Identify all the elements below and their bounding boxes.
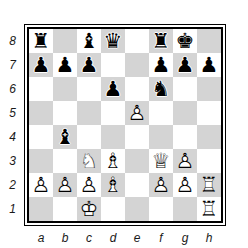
piece-outline: ♗: [101, 149, 125, 173]
square-a2[interactable]: ♟♙: [29, 173, 53, 197]
piece-white-pawn: ♟♙: [173, 173, 197, 197]
square-h8[interactable]: [197, 29, 221, 53]
piece-outline: ♗: [101, 173, 125, 197]
square-a1[interactable]: [29, 197, 53, 221]
piece-outline: ♖: [197, 173, 221, 197]
square-b2[interactable]: ♟♙: [53, 173, 77, 197]
piece-outline: ♙: [173, 173, 197, 197]
file-labels: abcdefgh: [29, 230, 221, 246]
square-f5[interactable]: [149, 101, 173, 125]
piece-black-king: ♚: [173, 29, 197, 53]
square-f3[interactable]: ♛♕: [149, 149, 173, 173]
piece-outline: ♔: [77, 197, 101, 221]
piece-black-bishop: ♝: [53, 125, 77, 149]
rank-label-4: 4: [2, 125, 18, 149]
piece-outline: ♙: [173, 149, 197, 173]
piece-black-rook: ♜: [149, 29, 173, 53]
square-g3[interactable]: ♟♙: [173, 149, 197, 173]
file-label-d: d: [101, 230, 125, 246]
piece-black-pawn: ♟: [29, 53, 53, 77]
chess-diagram: 87654321 ♜♝♛♜♚♟♟♟♟♟♟♟♞♟♙♝♞♘♝♗♛♕♟♙♟♙♟♙♟♙♝…: [0, 0, 248, 248]
square-g7[interactable]: ♟: [173, 53, 197, 77]
square-a6[interactable]: [29, 77, 53, 101]
square-c2[interactable]: ♟♙: [77, 173, 101, 197]
square-d2[interactable]: ♝♗: [101, 173, 125, 197]
rank-label-5: 5: [2, 101, 18, 125]
square-c5[interactable]: [77, 101, 101, 125]
piece-black-rook: ♜: [29, 29, 53, 53]
square-a5[interactable]: [29, 101, 53, 125]
piece-outline: ♘: [77, 149, 101, 173]
square-d5[interactable]: [101, 101, 125, 125]
piece-white-rook: ♜♖: [197, 173, 221, 197]
square-d4[interactable]: [101, 125, 125, 149]
piece-white-king: ♚♔: [77, 197, 101, 221]
square-b8[interactable]: [53, 29, 77, 53]
file-label-b: b: [53, 230, 77, 246]
piece-outline: ♕: [149, 149, 173, 173]
square-a8[interactable]: ♜: [29, 29, 53, 53]
square-h5[interactable]: [197, 101, 221, 125]
file-label-e: e: [125, 230, 149, 246]
square-c1[interactable]: ♚♔: [77, 197, 101, 221]
piece-white-knight: ♞♘: [77, 149, 101, 173]
square-h1[interactable]: ♜♖: [197, 197, 221, 221]
square-b4[interactable]: ♝: [53, 125, 77, 149]
file-label-h: h: [197, 230, 221, 246]
square-a3[interactable]: [29, 149, 53, 173]
piece-black-pawn: ♟: [77, 53, 101, 77]
chess-board: ♜♝♛♜♚♟♟♟♟♟♟♟♞♟♙♝♞♘♝♗♛♕♟♙♟♙♟♙♟♙♝♗♟♙♟♙♜♖♚♔…: [29, 29, 221, 221]
square-f6[interactable]: ♞: [149, 77, 173, 101]
square-g2[interactable]: ♟♙: [173, 173, 197, 197]
square-c3[interactable]: ♞♘: [77, 149, 101, 173]
square-f1[interactable]: [149, 197, 173, 221]
piece-white-pawn: ♟♙: [173, 149, 197, 173]
piece-black-knight: ♞: [149, 77, 173, 101]
square-b5[interactable]: [53, 101, 77, 125]
file-label-c: c: [77, 230, 101, 246]
square-g4[interactable]: [173, 125, 197, 149]
square-e4[interactable]: [125, 125, 149, 149]
rank-labels: 87654321: [2, 29, 18, 221]
piece-white-pawn: ♟♙: [53, 173, 77, 197]
piece-black-bishop: ♝: [77, 29, 101, 53]
piece-black-queen: ♛: [101, 29, 125, 53]
piece-white-pawn: ♟♙: [149, 173, 173, 197]
square-a4[interactable]: [29, 125, 53, 149]
file-label-g: g: [173, 230, 197, 246]
rank-label-2: 2: [2, 173, 18, 197]
square-h3[interactable]: [197, 149, 221, 173]
square-b3[interactable]: [53, 149, 77, 173]
square-d1[interactable]: [101, 197, 125, 221]
rank-label-3: 3: [2, 149, 18, 173]
square-d3[interactable]: ♝♗: [101, 149, 125, 173]
square-h6[interactable]: [197, 77, 221, 101]
piece-white-pawn: ♟♙: [29, 173, 53, 197]
square-e6[interactable]: [125, 77, 149, 101]
piece-outline: ♖: [197, 197, 221, 221]
square-d8[interactable]: ♛: [101, 29, 125, 53]
square-c4[interactable]: [77, 125, 101, 149]
square-c6[interactable]: [77, 77, 101, 101]
square-e5[interactable]: ♟♙: [125, 101, 149, 125]
piece-black-pawn: ♟: [197, 53, 221, 77]
piece-outline: ♙: [53, 173, 77, 197]
rank-label-1: 1: [2, 197, 18, 221]
piece-black-pawn: ♟: [53, 53, 77, 77]
piece-white-pawn: ♟♙: [125, 101, 149, 125]
board-inner-frame: ♜♝♛♜♚♟♟♟♟♟♟♟♞♟♙♝♞♘♝♗♛♕♟♙♟♙♟♙♟♙♝♗♟♙♟♙♜♖♚♔…: [27, 27, 223, 223]
square-h7[interactable]: ♟: [197, 53, 221, 77]
piece-outline: ♙: [29, 173, 53, 197]
piece-white-pawn: ♟♙: [77, 173, 101, 197]
square-g6[interactable]: [173, 77, 197, 101]
rank-label-7: 7: [2, 53, 18, 77]
square-b1[interactable]: [53, 197, 77, 221]
square-e2[interactable]: [125, 173, 149, 197]
piece-outline: ♙: [149, 173, 173, 197]
piece-white-bishop: ♝♗: [101, 173, 125, 197]
square-f2[interactable]: ♟♙: [149, 173, 173, 197]
square-h4[interactable]: [197, 125, 221, 149]
square-b7[interactable]: ♟: [53, 53, 77, 77]
file-label-a: a: [29, 230, 53, 246]
piece-black-pawn: ♟: [149, 53, 173, 77]
square-g5[interactable]: [173, 101, 197, 125]
file-label-f: f: [149, 230, 173, 246]
square-f7[interactable]: ♟: [149, 53, 173, 77]
square-d7[interactable]: [101, 53, 125, 77]
square-g8[interactable]: ♚: [173, 29, 197, 53]
piece-black-pawn: ♟: [101, 77, 125, 101]
piece-black-pawn: ♟: [173, 53, 197, 77]
square-e8[interactable]: [125, 29, 149, 53]
square-e1[interactable]: [125, 197, 149, 221]
square-b6[interactable]: [53, 77, 77, 101]
square-h2[interactable]: ♜♖: [197, 173, 221, 197]
square-a7[interactable]: ♟: [29, 53, 53, 77]
square-e7[interactable]: [125, 53, 149, 77]
square-c7[interactable]: ♟: [77, 53, 101, 77]
board-outer-frame: ♜♝♛♜♚♟♟♟♟♟♟♟♞♟♙♝♞♘♝♗♛♕♟♙♟♙♟♙♟♙♝♗♟♙♟♙♜♖♚♔…: [24, 24, 226, 226]
square-g1[interactable]: [173, 197, 197, 221]
piece-white-rook: ♜♖: [197, 197, 221, 221]
piece-outline: ♙: [125, 101, 149, 125]
square-f8[interactable]: ♜: [149, 29, 173, 53]
piece-outline: ♙: [77, 173, 101, 197]
square-e3[interactable]: [125, 149, 149, 173]
rank-label-8: 8: [2, 29, 18, 53]
piece-white-bishop: ♝♗: [101, 149, 125, 173]
square-c8[interactable]: ♝: [77, 29, 101, 53]
piece-white-queen: ♛♕: [149, 149, 173, 173]
square-f4[interactable]: [149, 125, 173, 149]
rank-label-6: 6: [2, 77, 18, 101]
square-d6[interactable]: ♟: [101, 77, 125, 101]
